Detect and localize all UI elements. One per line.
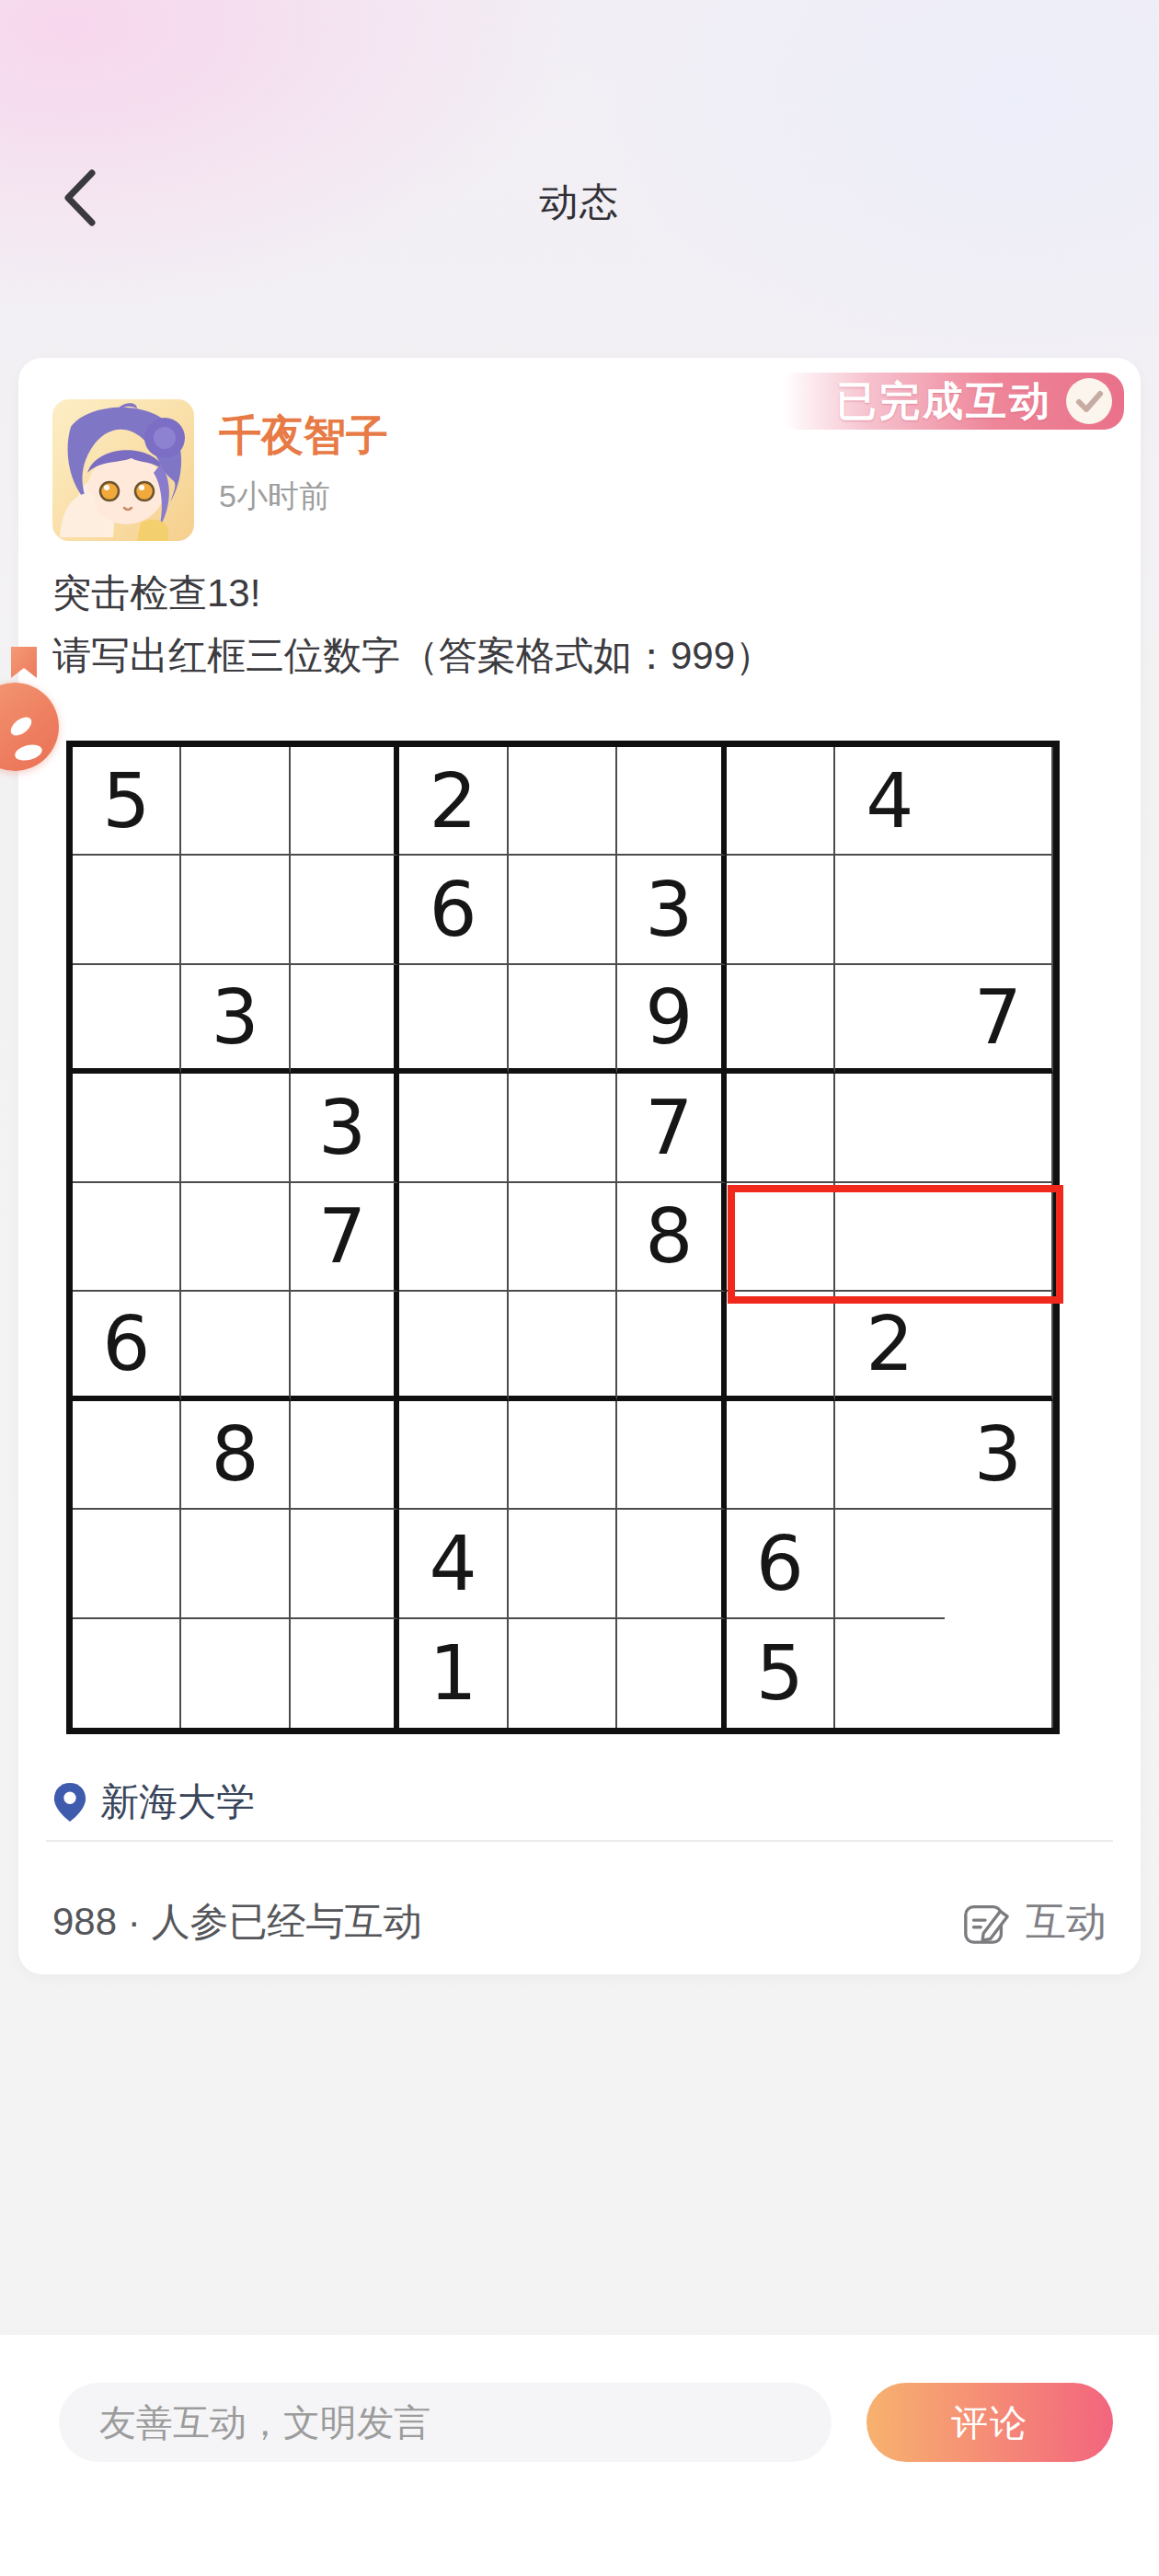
sudoku-grid: 52463397377862834615 [66, 741, 1060, 1734]
sudoku-cell-r7c1 [73, 1401, 181, 1510]
sudoku-cell-r6c7 [727, 1292, 835, 1400]
location-row[interactable]: 新海大学 [52, 1777, 255, 1828]
sudoku-cell-r5c8 [835, 1183, 944, 1292]
comment-bar: 评论 [0, 2335, 1159, 2576]
post-card: 已完成互动 [18, 358, 1141, 1974]
participation-count: 988 · 人参已经与互动 [52, 1896, 421, 1948]
sudoku-cell-r6c9 [945, 1292, 1053, 1400]
sudoku-cell-r5c7 [727, 1183, 835, 1292]
sudoku-cell-r6c6 [617, 1292, 726, 1400]
check-circle-icon [1065, 377, 1113, 425]
sudoku-cell-r9c5 [509, 1619, 617, 1728]
sudoku-cell-r8c3 [291, 1510, 399, 1618]
sudoku-cell-r3c8 [835, 965, 944, 1074]
sudoku-cell-r6c2 [181, 1292, 290, 1400]
sudoku-cell-r5c1 [73, 1183, 181, 1292]
sudoku-cell-r9c1 [73, 1619, 181, 1728]
sudoku-cell-r3c6: 9 [617, 965, 726, 1074]
avatar[interactable] [52, 399, 194, 541]
sudoku-cell-r2c9 [945, 856, 1053, 964]
sudoku-cell-r4c1 [73, 1074, 181, 1182]
sudoku-cell-r7c9: 3 [945, 1401, 1053, 1510]
sudoku-cell-r2c8 [835, 856, 944, 964]
sudoku-cell-r8c7: 6 [727, 1510, 835, 1618]
bookmark-icon[interactable] [11, 647, 37, 678]
sudoku-cell-r5c3: 7 [291, 1183, 399, 1292]
stats-row: 988 · 人参已经与互动 互动 [52, 1881, 1107, 1962]
mascot-eye [14, 742, 44, 764]
sudoku-cell-r7c3 [291, 1401, 399, 1510]
sudoku-cell-r3c4 [399, 965, 508, 1074]
sudoku-cell-r3c7 [727, 965, 835, 1074]
sudoku-cell-r6c3 [291, 1292, 399, 1400]
feed-page: 动态 已完成互动 [0, 0, 1159, 2576]
sudoku-cell-r9c2 [181, 1619, 290, 1728]
sudoku-cell-r5c6: 8 [617, 1183, 726, 1292]
post-text-line1: 突击检查13! [52, 568, 260, 619]
sudoku-cell-r6c4 [399, 1292, 508, 1400]
sudoku-cell-r2c6: 3 [617, 856, 726, 964]
sudoku-cell-r1c6 [617, 747, 726, 856]
sudoku-cell-r1c4: 2 [399, 747, 508, 856]
sudoku-cell-r4c7 [727, 1074, 835, 1182]
sudoku-cell-r8c5 [509, 1510, 617, 1618]
sudoku-cell-r4c3: 3 [291, 1074, 399, 1182]
sudoku-cell-r2c1 [73, 856, 181, 964]
sudoku-cell-r8c1 [73, 1510, 181, 1618]
interact-label: 互动 [1026, 1895, 1107, 1949]
sudoku-cell-r1c3 [291, 747, 399, 856]
post-text-line2: 请写出红框三位数字（答案格式如：999） [52, 630, 774, 682]
sudoku-cell-r8c4: 4 [399, 1510, 508, 1618]
sudoku-cell-r8c9 [945, 1510, 1053, 1618]
sudoku-cell-r8c2 [181, 1510, 290, 1618]
sudoku-cell-r3c1 [73, 965, 181, 1074]
mascot-eye [7, 714, 35, 740]
sudoku-cell-r8c8 [835, 1510, 944, 1618]
sudoku-cell-r9c3 [291, 1619, 399, 1728]
sudoku-cell-r1c1: 5 [73, 747, 181, 856]
interact-button[interactable]: 互动 [961, 1895, 1107, 1949]
sudoku-cell-r6c5 [509, 1292, 617, 1400]
sudoku-cell-r6c8: 2 [835, 1292, 944, 1400]
sudoku-cell-r4c6: 7 [617, 1074, 726, 1182]
sudoku-cell-r4c5 [509, 1074, 617, 1182]
sudoku-cell-r4c8 [835, 1074, 944, 1182]
sudoku-cell-r2c3 [291, 856, 399, 964]
sudoku-cell-r9c9 [945, 1619, 1053, 1728]
card-divider [46, 1840, 1113, 1842]
post-time: 5小时前 [219, 476, 330, 518]
sudoku-cell-r4c4 [399, 1074, 508, 1182]
nav-header: 动态 [0, 0, 1159, 276]
sudoku-cell-r8c6 [617, 1510, 726, 1618]
sudoku-cell-r4c9 [945, 1074, 1053, 1182]
sudoku-cell-r3c2: 3 [181, 965, 290, 1074]
sudoku-cell-r9c4: 1 [399, 1619, 508, 1728]
sudoku-cell-r4c2 [181, 1074, 290, 1182]
sudoku-cell-r3c9: 7 [945, 965, 1053, 1074]
location-label: 新海大学 [100, 1777, 255, 1828]
sudoku-cell-r1c7 [727, 747, 835, 856]
sudoku-cell-r7c4 [399, 1401, 508, 1510]
map-pin-icon [52, 1780, 87, 1824]
sudoku-cell-r5c4 [399, 1183, 508, 1292]
comment-submit-button[interactable]: 评论 [866, 2383, 1113, 2462]
sudoku-cell-r3c5 [509, 965, 617, 1074]
sudoku-cell-r9c6 [617, 1619, 726, 1728]
status-badge: 已完成互动 [782, 373, 1124, 430]
sudoku-cell-r9c8 [835, 1619, 944, 1728]
avatar-image [52, 399, 194, 541]
username[interactable]: 千夜智子 [219, 408, 388, 465]
sudoku-cell-r1c9 [945, 747, 1053, 856]
comment-input[interactable] [59, 2383, 832, 2462]
status-badge-label: 已完成互动 [836, 374, 1052, 429]
page-title: 动态 [0, 177, 1159, 228]
sudoku-cell-r2c5 [509, 856, 617, 964]
sudoku-cell-r2c2 [181, 856, 290, 964]
sudoku-cell-r5c5 [509, 1183, 617, 1292]
sudoku-cell-r2c7 [727, 856, 835, 964]
sudoku-cell-r9c7: 5 [727, 1619, 835, 1728]
sudoku-cell-r2c4: 6 [399, 856, 508, 964]
sudoku-cell-r5c2 [181, 1183, 290, 1292]
sudoku-cell-r7c8 [835, 1401, 944, 1510]
sudoku-cell-r5c9 [945, 1183, 1053, 1292]
sudoku-cell-r6c1: 6 [73, 1292, 181, 1400]
sudoku-cell-r7c5 [509, 1401, 617, 1510]
sudoku-cell-r7c2: 8 [181, 1401, 290, 1510]
sudoku-cell-r1c2 [181, 747, 290, 856]
sudoku-cell-r7c6 [617, 1401, 726, 1510]
sudoku-cell-r7c7 [727, 1401, 835, 1510]
sudoku-cell-r3c3 [291, 965, 399, 1074]
edit-note-icon [961, 1897, 1011, 1947]
sudoku-cell-r1c8: 4 [835, 747, 944, 856]
sudoku-cell-r1c5 [509, 747, 617, 856]
